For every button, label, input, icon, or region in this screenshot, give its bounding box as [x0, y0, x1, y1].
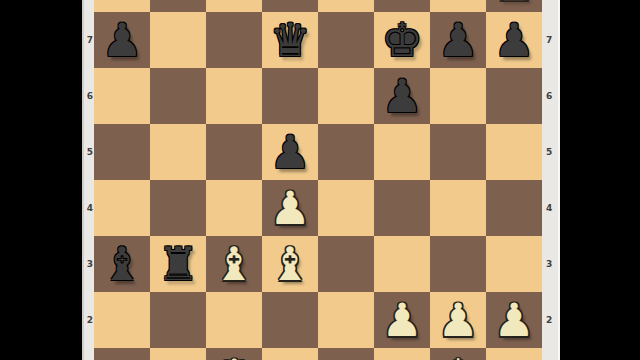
piece-white-pawn: ♟	[374, 292, 430, 348]
board-frame-right: 87654321	[542, 0, 560, 360]
rank-label-left-3: 3	[87, 260, 93, 269]
square-f6: ♟	[374, 68, 430, 124]
piece-black-pawn: ♟	[94, 12, 150, 68]
square-c6	[206, 68, 262, 124]
board-frame-left: 87654321	[82, 0, 94, 360]
square-d2	[262, 292, 318, 348]
square-a1	[94, 348, 150, 360]
square-b8	[150, 0, 206, 12]
square-h3	[486, 236, 542, 292]
piece-white-king: ♚	[430, 348, 486, 360]
square-f4	[374, 180, 430, 236]
square-c5	[206, 124, 262, 180]
square-c8	[206, 0, 262, 12]
square-g2: ♟	[430, 292, 486, 348]
square-a3: ♝	[94, 236, 150, 292]
square-c7	[206, 12, 262, 68]
piece-black-bishop: ♝	[94, 236, 150, 292]
square-g5	[430, 124, 486, 180]
piece-black-pawn: ♟	[430, 12, 486, 68]
square-d4: ♟	[262, 180, 318, 236]
piece-white-bishop: ♝	[206, 236, 262, 292]
square-h7: ♟	[486, 12, 542, 68]
chess-board: 87654321 ♜♟♛♚♟♟♟♟♟♝♜♝♝♟♟♟♛♚ 87654321	[82, 0, 560, 360]
square-c1: ♛	[206, 348, 262, 360]
square-e3	[318, 236, 374, 292]
piece-white-pawn: ♟	[430, 292, 486, 348]
rank-label-right-2: 2	[546, 316, 552, 325]
piece-black-queen: ♛	[262, 12, 318, 68]
square-e5	[318, 124, 374, 180]
square-a5	[94, 124, 150, 180]
square-f1	[374, 348, 430, 360]
square-d8	[262, 0, 318, 12]
square-a2	[94, 292, 150, 348]
square-b4	[150, 180, 206, 236]
square-e4	[318, 180, 374, 236]
piece-white-pawn: ♟	[486, 292, 542, 348]
rank-label-left-6: 6	[87, 92, 93, 101]
square-e8	[318, 0, 374, 12]
square-b2	[150, 292, 206, 348]
square-e2	[318, 292, 374, 348]
square-a4	[94, 180, 150, 236]
square-b7	[150, 12, 206, 68]
square-f2: ♟	[374, 292, 430, 348]
square-h8: ♜	[486, 0, 542, 12]
piece-black-king: ♚	[374, 12, 430, 68]
square-h6	[486, 68, 542, 124]
rank-label-left-5: 5	[87, 148, 93, 157]
piece-white-queen: ♛	[206, 348, 262, 360]
square-c4	[206, 180, 262, 236]
square-d5: ♟	[262, 124, 318, 180]
square-b3: ♜	[150, 236, 206, 292]
square-h5	[486, 124, 542, 180]
square-d3: ♝	[262, 236, 318, 292]
square-e7	[318, 12, 374, 68]
rank-label-right-3: 3	[546, 260, 552, 269]
square-b1	[150, 348, 206, 360]
square-h4	[486, 180, 542, 236]
rank-label-left-2: 2	[87, 316, 93, 325]
piece-black-pawn: ♟	[486, 12, 542, 68]
square-g6	[430, 68, 486, 124]
square-b5	[150, 124, 206, 180]
piece-black-pawn: ♟	[374, 68, 430, 124]
square-g1: ♚	[430, 348, 486, 360]
piece-white-rook: ♜	[486, 0, 542, 12]
square-f3	[374, 236, 430, 292]
square-h2: ♟	[486, 292, 542, 348]
video-frame: 87654321 ♜♟♛♚♟♟♟♟♟♝♜♝♝♟♟♟♛♚ 87654321	[0, 0, 640, 360]
square-a8	[94, 0, 150, 12]
square-f5	[374, 124, 430, 180]
square-d1	[262, 348, 318, 360]
square-a7: ♟	[94, 12, 150, 68]
square-c3: ♝	[206, 236, 262, 292]
rank-label-right-4: 4	[546, 204, 552, 213]
square-e6	[318, 68, 374, 124]
square-d7: ♛	[262, 12, 318, 68]
square-h1	[486, 348, 542, 360]
rank-label-right-7: 7	[546, 36, 552, 45]
square-g3	[430, 236, 486, 292]
square-g4	[430, 180, 486, 236]
square-g8	[430, 0, 486, 12]
square-a6	[94, 68, 150, 124]
rank-label-left-4: 4	[87, 204, 93, 213]
piece-black-pawn: ♟	[262, 124, 318, 180]
board-grid: ♜♟♛♚♟♟♟♟♟♝♜♝♝♟♟♟♛♚	[94, 0, 542, 360]
piece-white-pawn: ♟	[262, 180, 318, 236]
square-g7: ♟	[430, 12, 486, 68]
rank-label-right-6: 6	[546, 92, 552, 101]
piece-white-bishop: ♝	[262, 236, 318, 292]
rank-label-right-5: 5	[546, 148, 552, 157]
piece-black-rook: ♜	[150, 236, 206, 292]
square-b6	[150, 68, 206, 124]
square-c2	[206, 292, 262, 348]
square-e1	[318, 348, 374, 360]
square-f8	[374, 0, 430, 12]
square-f7: ♚	[374, 12, 430, 68]
square-d6	[262, 68, 318, 124]
rank-label-left-7: 7	[87, 36, 93, 45]
